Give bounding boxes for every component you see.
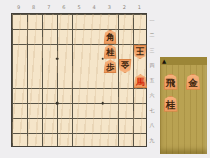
rank-label-8: 八 [150,122,158,128]
komadai-sente[interactable]: ▲ 飛金桂 [160,57,207,154]
hand-piece-2-sente[interactable]: 桂 [163,96,178,112]
rank-label-6: 六 [150,92,158,98]
tsume-shogi-diagram: 9 8 7 6 5 4 3 2 1 一 二 三 四 五 六 七 八 九 角桂王歩… [0,0,210,158]
rank-label-2: 二 [150,32,158,38]
file-label-3: 3 [108,3,111,11]
hand-piece-0-sente[interactable]: 飛 [163,74,178,90]
piece-13-gote[interactable]: 王 [134,45,147,59]
hand-piece-1-sente[interactable]: 金 [186,74,201,90]
file-label-8: 8 [32,3,35,11]
rank-label-9: 九 [150,137,158,143]
file-label-6: 6 [62,3,65,11]
file-label-4: 4 [93,3,96,11]
rank-label-7: 七 [150,107,158,113]
sente-to-move-marker: ▲ [162,58,166,65]
rank-label-1: 一 [150,17,158,23]
rank-label-4: 四 [150,62,158,68]
file-label-1: 1 [138,3,141,11]
file-label-2: 2 [123,3,126,11]
piece-34-sente[interactable]: 歩 [104,59,117,73]
piece-15-sente[interactable]: 馬 [134,74,147,88]
piece-24-gote[interactable]: 金 [119,59,132,73]
komadai-top-band [160,57,207,65]
rank-label-3: 三 [150,47,158,53]
shogi-board[interactable]: 角桂王歩金馬 [11,13,147,147]
file-label-7: 7 [47,3,50,11]
piece-33-sente[interactable]: 桂 [104,45,117,59]
file-label-9: 9 [17,3,20,11]
rank-label-5: 五 [150,77,158,83]
piece-32-sente[interactable]: 角 [104,30,117,44]
star-point [101,57,104,60]
star-point [101,102,104,105]
star-point [56,57,59,60]
star-point [56,102,59,105]
file-label-5: 5 [77,3,80,11]
